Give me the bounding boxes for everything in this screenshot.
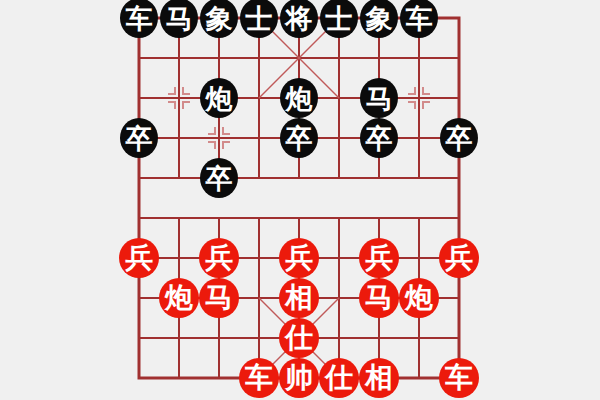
point-e6[interactable]: [279, 158, 319, 198]
point-i8[interactable]: [439, 78, 479, 118]
black-advisor[interactable]: 士: [240, 0, 278, 38]
point-h8[interactable]: [399, 78, 439, 118]
point-g4[interactable]: 兵: [359, 238, 399, 278]
point-e7[interactable]: 卒: [279, 118, 319, 158]
red-horse[interactable]: 马: [359, 278, 399, 318]
red-chariot[interactable]: 车: [439, 358, 479, 398]
point-g8[interactable]: 马: [359, 78, 399, 118]
app-background: 车马象士将士象车炮炮马卒卒卒卒卒兵兵兵兵兵炮马相马炮仕车帅仕相车: [0, 0, 600, 400]
point-e8[interactable]: 炮: [279, 78, 319, 118]
point-i1[interactable]: 车: [439, 358, 479, 398]
point-d1[interactable]: 车: [239, 358, 279, 398]
point-f4[interactable]: [319, 238, 359, 278]
point-b3[interactable]: 炮: [159, 278, 199, 318]
black-horse[interactable]: 马: [160, 0, 198, 38]
point-f8[interactable]: [319, 78, 359, 118]
red-horse[interactable]: 马: [199, 278, 239, 318]
point-b1[interactable]: [159, 358, 199, 398]
black-elephant[interactable]: 象: [200, 0, 238, 38]
point-i9[interactable]: [439, 38, 479, 78]
point-b9[interactable]: [159, 38, 199, 78]
point-e1[interactable]: 帅: [279, 358, 319, 398]
point-i2[interactable]: [439, 318, 479, 358]
point-h1[interactable]: [399, 358, 439, 398]
point-h2[interactable]: [399, 318, 439, 358]
point-f1[interactable]: 仕: [319, 358, 359, 398]
point-c1[interactable]: [199, 358, 239, 398]
point-d6[interactable]: [239, 158, 279, 198]
point-g9[interactable]: [359, 38, 399, 78]
point-a10[interactable]: 车: [119, 0, 159, 38]
point-e5[interactable]: [279, 198, 319, 238]
point-g3[interactable]: 马: [359, 278, 399, 318]
point-c5[interactable]: [199, 198, 239, 238]
point-c6[interactable]: 卒: [199, 158, 239, 198]
point-a8[interactable]: [119, 78, 159, 118]
point-d7[interactable]: [239, 118, 279, 158]
point-g10[interactable]: 象: [359, 0, 399, 38]
point-h4[interactable]: [399, 238, 439, 278]
point-c3[interactable]: 马: [199, 278, 239, 318]
point-a2[interactable]: [119, 318, 159, 358]
red-soldier[interactable]: 兵: [359, 238, 399, 278]
black-chariot[interactable]: 车: [120, 0, 158, 38]
point-f6[interactable]: [319, 158, 359, 198]
point-e10[interactable]: 将: [279, 0, 319, 38]
point-i6[interactable]: [439, 158, 479, 198]
point-h9[interactable]: [399, 38, 439, 78]
red-general[interactable]: 帅: [279, 358, 319, 398]
black-soldier[interactable]: 卒: [120, 118, 158, 158]
point-b4[interactable]: [159, 238, 199, 278]
point-d8[interactable]: [239, 78, 279, 118]
point-d10[interactable]: 士: [239, 0, 279, 38]
point-h5[interactable]: [399, 198, 439, 238]
point-d2[interactable]: [239, 318, 279, 358]
point-d5[interactable]: [239, 198, 279, 238]
red-advisor[interactable]: 仕: [279, 318, 319, 358]
red-chariot[interactable]: 车: [239, 358, 279, 398]
point-h3[interactable]: 炮: [399, 278, 439, 318]
black-soldier[interactable]: 卒: [440, 118, 478, 158]
point-c10[interactable]: 象: [199, 0, 239, 38]
point-a1[interactable]: [119, 358, 159, 398]
point-i7[interactable]: 卒: [439, 118, 479, 158]
point-i3[interactable]: [439, 278, 479, 318]
xiangqi-board: 车马象士将士象车炮炮马卒卒卒卒卒兵兵兵兵兵炮马相马炮仕车帅仕相车: [119, 0, 479, 398]
red-soldier[interactable]: 兵: [199, 238, 239, 278]
point-f3[interactable]: [319, 278, 359, 318]
point-b8[interactable]: [159, 78, 199, 118]
point-a9[interactable]: [119, 38, 159, 78]
black-horse[interactable]: 马: [360, 78, 398, 118]
point-a7[interactable]: 卒: [119, 118, 159, 158]
point-e2[interactable]: 仕: [279, 318, 319, 358]
point-h6[interactable]: [399, 158, 439, 198]
black-chariot[interactable]: 车: [400, 0, 438, 38]
point-f5[interactable]: [319, 198, 359, 238]
point-e3[interactable]: 相: [279, 278, 319, 318]
point-c9[interactable]: [199, 38, 239, 78]
point-c4[interactable]: 兵: [199, 238, 239, 278]
point-e9[interactable]: [279, 38, 319, 78]
black-soldier[interactable]: 卒: [200, 158, 238, 198]
point-f7[interactable]: [319, 118, 359, 158]
point-g7[interactable]: 卒: [359, 118, 399, 158]
red-advisor[interactable]: 仕: [319, 358, 359, 398]
point-b7[interactable]: [159, 118, 199, 158]
black-cannon[interactable]: 炮: [200, 78, 238, 118]
point-i5[interactable]: [439, 198, 479, 238]
point-a5[interactable]: [119, 198, 159, 238]
point-g6[interactable]: [359, 158, 399, 198]
point-a6[interactable]: [119, 158, 159, 198]
point-c7[interactable]: [199, 118, 239, 158]
point-f2[interactable]: [319, 318, 359, 358]
point-f10[interactable]: 士: [319, 0, 359, 38]
point-c2[interactable]: [199, 318, 239, 358]
point-i4[interactable]: 兵: [439, 238, 479, 278]
red-elephant[interactable]: 相: [279, 278, 319, 318]
point-f9[interactable]: [319, 38, 359, 78]
point-h7[interactable]: [399, 118, 439, 158]
red-soldier[interactable]: 兵: [439, 238, 479, 278]
point-d9[interactable]: [239, 38, 279, 78]
black-cannon[interactable]: 炮: [280, 78, 318, 118]
point-g1[interactable]: 相: [359, 358, 399, 398]
point-g5[interactable]: [359, 198, 399, 238]
red-soldier[interactable]: 兵: [119, 238, 159, 278]
red-elephant[interactable]: 相: [359, 358, 399, 398]
black-elephant[interactable]: 象: [360, 0, 398, 38]
point-d3[interactable]: [239, 278, 279, 318]
point-d4[interactable]: [239, 238, 279, 278]
point-b6[interactable]: [159, 158, 199, 198]
point-i10[interactable]: [439, 0, 479, 38]
red-soldier[interactable]: 兵: [279, 238, 319, 278]
point-b5[interactable]: [159, 198, 199, 238]
black-soldier[interactable]: 卒: [360, 118, 398, 158]
red-cannon[interactable]: 炮: [159, 278, 199, 318]
point-e4[interactable]: 兵: [279, 238, 319, 278]
red-cannon[interactable]: 炮: [399, 278, 439, 318]
point-a3[interactable]: [119, 278, 159, 318]
point-a4[interactable]: 兵: [119, 238, 159, 278]
point-c8[interactable]: 炮: [199, 78, 239, 118]
black-general[interactable]: 将: [280, 0, 318, 38]
point-b2[interactable]: [159, 318, 199, 358]
point-g2[interactable]: [359, 318, 399, 358]
black-soldier[interactable]: 卒: [280, 118, 318, 158]
point-h10[interactable]: 车: [399, 0, 439, 38]
black-advisor[interactable]: 士: [320, 0, 358, 38]
point-b10[interactable]: 马: [159, 0, 199, 38]
